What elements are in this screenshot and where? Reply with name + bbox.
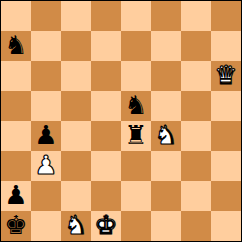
square-b7[interactable] xyxy=(31,31,61,61)
square-b1[interactable] xyxy=(31,211,61,241)
square-c1[interactable]: ♞ xyxy=(61,211,91,241)
square-d7[interactable] xyxy=(91,31,121,61)
chess-board: ♞♛♞♟♜♞♟♟♚♞♚ xyxy=(1,1,241,241)
square-c3[interactable] xyxy=(61,151,91,181)
square-a5[interactable] xyxy=(1,91,31,121)
square-h6[interactable]: ♛ xyxy=(211,61,241,91)
square-a1[interactable]: ♚ xyxy=(1,211,31,241)
square-h7[interactable] xyxy=(211,31,241,61)
square-f2[interactable] xyxy=(151,181,181,211)
square-g1[interactable] xyxy=(181,211,211,241)
square-d4[interactable] xyxy=(91,121,121,151)
chess-board-frame: ♞♛♞♟♜♞♟♟♚♞♚ xyxy=(0,0,242,242)
black-rook-piece[interactable]: ♜ xyxy=(124,121,147,150)
square-h8[interactable] xyxy=(211,1,241,31)
square-g7[interactable] xyxy=(181,31,211,61)
square-c7[interactable] xyxy=(61,31,91,61)
square-b2[interactable] xyxy=(31,181,61,211)
white-king-piece[interactable]: ♚ xyxy=(94,211,117,240)
square-h1[interactable] xyxy=(211,211,241,241)
white-knight-piece[interactable]: ♞ xyxy=(154,121,177,150)
square-c2[interactable] xyxy=(61,181,91,211)
square-b3[interactable]: ♟ xyxy=(31,151,61,181)
black-king-piece[interactable]: ♚ xyxy=(4,211,27,240)
square-g6[interactable] xyxy=(181,61,211,91)
square-b8[interactable] xyxy=(31,1,61,31)
square-e6[interactable] xyxy=(121,61,151,91)
square-f5[interactable] xyxy=(151,91,181,121)
square-g8[interactable] xyxy=(181,1,211,31)
square-f7[interactable] xyxy=(151,31,181,61)
black-knight-piece[interactable]: ♞ xyxy=(124,91,147,120)
square-g4[interactable] xyxy=(181,121,211,151)
square-b6[interactable] xyxy=(31,61,61,91)
square-g2[interactable] xyxy=(181,181,211,211)
square-h2[interactable] xyxy=(211,181,241,211)
square-a3[interactable] xyxy=(1,151,31,181)
square-f4[interactable]: ♞ xyxy=(151,121,181,151)
black-knight-piece[interactable]: ♞ xyxy=(4,31,27,60)
square-f3[interactable] xyxy=(151,151,181,181)
black-pawn-piece[interactable]: ♟ xyxy=(34,121,57,150)
square-c6[interactable] xyxy=(61,61,91,91)
square-a2[interactable]: ♟ xyxy=(1,181,31,211)
square-e2[interactable] xyxy=(121,181,151,211)
square-c8[interactable] xyxy=(61,1,91,31)
square-f6[interactable] xyxy=(151,61,181,91)
square-e5[interactable]: ♞ xyxy=(121,91,151,121)
square-d3[interactable] xyxy=(91,151,121,181)
square-e1[interactable] xyxy=(121,211,151,241)
square-d8[interactable] xyxy=(91,1,121,31)
square-f8[interactable] xyxy=(151,1,181,31)
square-b4[interactable]: ♟ xyxy=(31,121,61,151)
square-e4[interactable]: ♜ xyxy=(121,121,151,151)
square-b5[interactable] xyxy=(31,91,61,121)
white-queen-piece[interactable]: ♛ xyxy=(214,61,237,90)
square-g5[interactable] xyxy=(181,91,211,121)
square-a4[interactable] xyxy=(1,121,31,151)
square-d6[interactable] xyxy=(91,61,121,91)
square-d1[interactable]: ♚ xyxy=(91,211,121,241)
square-c5[interactable] xyxy=(61,91,91,121)
square-h5[interactable] xyxy=(211,91,241,121)
square-h4[interactable] xyxy=(211,121,241,151)
square-d2[interactable] xyxy=(91,181,121,211)
square-h3[interactable] xyxy=(211,151,241,181)
white-knight-piece[interactable]: ♞ xyxy=(64,211,87,240)
square-f1[interactable] xyxy=(151,211,181,241)
square-e7[interactable] xyxy=(121,31,151,61)
square-d5[interactable] xyxy=(91,91,121,121)
square-e8[interactable] xyxy=(121,1,151,31)
square-g3[interactable] xyxy=(181,151,211,181)
square-a6[interactable] xyxy=(1,61,31,91)
black-pawn-piece[interactable]: ♟ xyxy=(4,181,27,210)
square-a7[interactable]: ♞ xyxy=(1,31,31,61)
square-a8[interactable] xyxy=(1,1,31,31)
square-e3[interactable] xyxy=(121,151,151,181)
square-c4[interactable] xyxy=(61,121,91,151)
white-pawn-piece[interactable]: ♟ xyxy=(34,151,57,180)
